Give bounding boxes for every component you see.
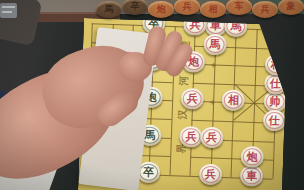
xiangqi-piece-red[interactable]: 車: [240, 165, 264, 187]
river-text: 汉: [176, 109, 190, 119]
xiangqi-piece-red[interactable]: 兵: [200, 126, 224, 148]
tray-piece-character: 卒: [131, 0, 140, 13]
tray-piece-character: 兵: [261, 3, 270, 16]
piece-character: 炮: [188, 56, 199, 67]
photo-scene: 楚河汉界✚✚✚✚✚帅仕仕相相車車馬馬炮炮兵兵兵兵兵将炮炮車馬馬卒卒 馬卒炮兵相车…: [0, 0, 304, 190]
piece-character: 兵: [185, 131, 196, 142]
point-marker: ✚: [210, 98, 215, 105]
piece-character: 馬: [144, 129, 155, 140]
piece-character: 相: [228, 95, 239, 106]
channel-logo-badge: [0, 3, 17, 18]
river-text: 河: [177, 75, 191, 85]
piece-character: 兵: [205, 168, 216, 179]
xiangqi-piece-red[interactable]: 兵: [199, 163, 223, 185]
xiangqi-piece-red[interactable]: 炮: [240, 146, 264, 168]
tray-piece-character: 相: [209, 3, 218, 16]
piece-character: 車: [246, 170, 257, 181]
tray-piece-character: 馬: [105, 3, 114, 16]
piece-character: 兵: [206, 131, 217, 142]
point-marker: ✚: [211, 61, 216, 68]
tray-piece: 兵: [252, 1, 278, 18]
tray-piece-character: 炮: [157, 3, 166, 16]
xiangqi-piece-red[interactable]: 兵: [181, 88, 205, 110]
tray-piece: 炮: [148, 1, 174, 18]
piece-character: 帅: [269, 96, 280, 107]
piece-character: 兵: [187, 93, 198, 104]
piece-character: 炮: [247, 151, 258, 162]
piece-character: 卒: [143, 166, 154, 177]
piece-character: 仕: [268, 115, 279, 126]
tray-piece: 馬: [96, 1, 122, 18]
piece-character: 馬: [209, 39, 220, 50]
tray-piece: 相: [200, 1, 226, 18]
tray-piece-character: 象: [287, 0, 296, 13]
xiangqi-piece-red[interactable]: 仕: [262, 110, 286, 132]
tray-piece-character: 兵: [183, 0, 192, 13]
xiangqi-piece-red[interactable]: 馬: [203, 33, 227, 55]
tray-piece-character: 车: [235, 0, 244, 13]
